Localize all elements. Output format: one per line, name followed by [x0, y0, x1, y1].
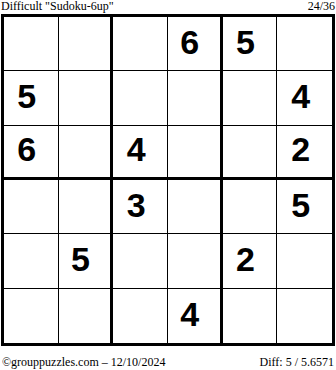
cell-r1c5[interactable]: 5	[223, 17, 278, 71]
cell-r6c1[interactable]	[4, 289, 59, 343]
cell-r5c1[interactable]	[4, 234, 59, 288]
cell-r6c4[interactable]: 4	[168, 289, 223, 343]
progress-counter: 24/36	[308, 0, 335, 13]
cell-r4c1[interactable]	[4, 180, 59, 234]
cell-r4c6[interactable]: 5	[277, 180, 332, 234]
cell-r3c6[interactable]: 2	[277, 126, 332, 180]
puzzle-page: Difficult "Sudoku-6up" 24/36 65546423552…	[0, 0, 336, 370]
cell-r4c5[interactable]	[223, 180, 278, 234]
cell-r6c2[interactable]	[59, 289, 114, 343]
cell-r1c4[interactable]: 6	[168, 17, 223, 71]
cell-r4c3[interactable]: 3	[113, 180, 168, 234]
sudoku-board: 655464235524	[1, 14, 335, 346]
cell-r6c6[interactable]	[277, 289, 332, 343]
cell-r3c3[interactable]: 4	[113, 126, 168, 180]
cell-r4c2[interactable]	[59, 180, 114, 234]
cell-r3c4[interactable]	[168, 126, 223, 180]
cell-r5c2[interactable]: 5	[59, 234, 114, 288]
cell-r2c2[interactable]	[59, 71, 114, 125]
cell-value: 5	[236, 25, 255, 59]
cell-r6c5[interactable]	[223, 289, 278, 343]
cell-r6c3[interactable]	[113, 289, 168, 343]
page-header: Difficult "Sudoku-6up" 24/36	[0, 0, 336, 14]
cell-r3c5[interactable]	[223, 126, 278, 180]
cell-value: 2	[291, 132, 310, 166]
page-footer: ©grouppuzzles.com – 12/10/2024 Diff: 5 /…	[0, 354, 336, 369]
cell-value: 5	[291, 188, 310, 222]
cell-r5c3[interactable]	[113, 234, 168, 288]
cell-r5c4[interactable]	[168, 234, 223, 288]
cell-r2c1[interactable]: 5	[4, 71, 59, 125]
cell-value: 2	[236, 242, 255, 276]
cell-r1c3[interactable]	[113, 17, 168, 71]
cell-value: 4	[180, 297, 199, 331]
cell-r1c1[interactable]	[4, 17, 59, 71]
difficulty-text: Diff: 5 / 5.6571	[260, 356, 334, 369]
copyright-text: ©grouppuzzles.com – 12/10/2024	[2, 356, 165, 369]
cell-r1c6[interactable]	[277, 17, 332, 71]
cell-r2c3[interactable]	[113, 71, 168, 125]
cell-value: 3	[127, 188, 146, 222]
cell-r2c6[interactable]: 4	[277, 71, 332, 125]
cell-r4c4[interactable]	[168, 180, 223, 234]
cell-r3c1[interactable]: 6	[4, 126, 59, 180]
cell-r5c6[interactable]	[277, 234, 332, 288]
cell-value: 4	[291, 79, 310, 113]
cell-value: 5	[17, 79, 36, 113]
cell-r5c5[interactable]: 2	[223, 234, 278, 288]
cell-r2c4[interactable]	[168, 71, 223, 125]
cell-r2c5[interactable]	[223, 71, 278, 125]
cell-value: 4	[127, 132, 146, 166]
cell-value: 5	[71, 242, 90, 276]
cell-value: 6	[180, 25, 199, 59]
cell-r1c2[interactable]	[59, 17, 114, 71]
page-title: Difficult "Sudoku-6up"	[1, 0, 114, 13]
cell-r3c2[interactable]	[59, 126, 114, 180]
cell-value: 6	[17, 132, 36, 166]
